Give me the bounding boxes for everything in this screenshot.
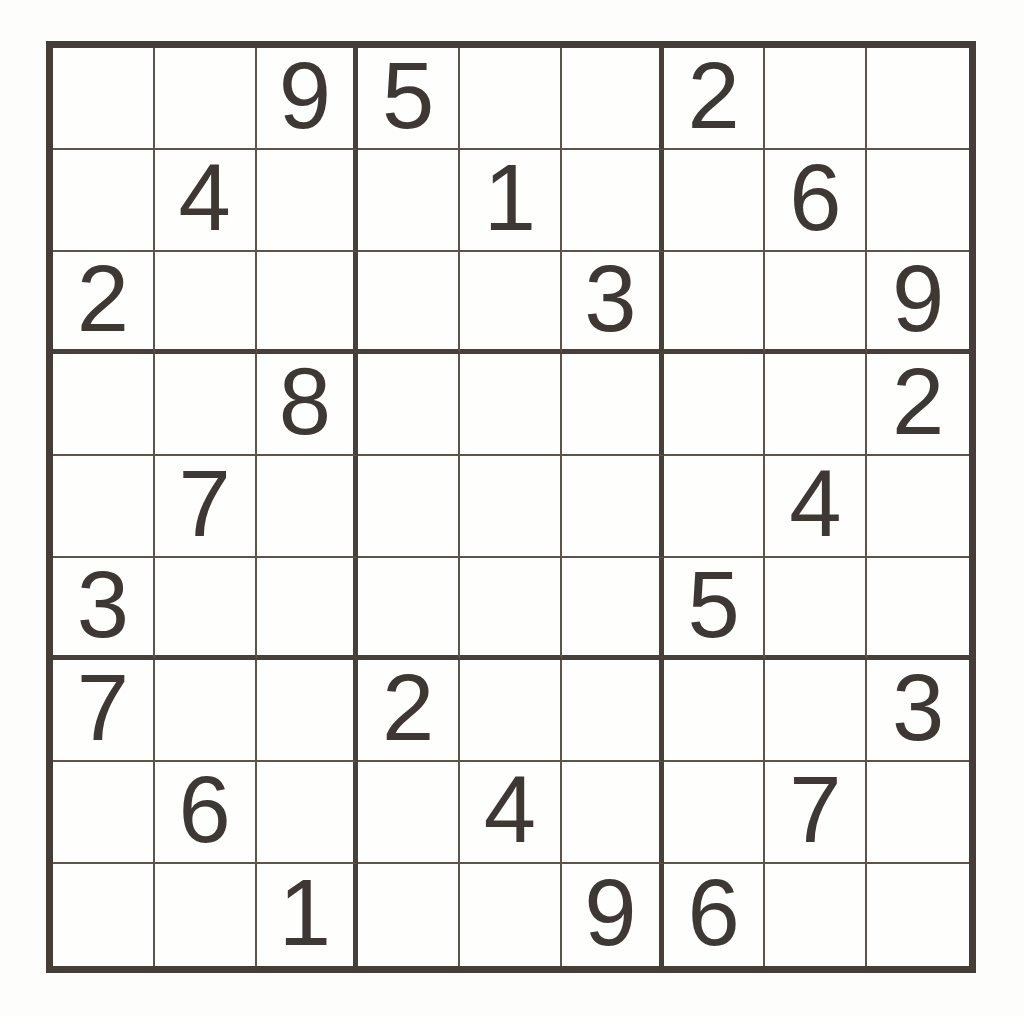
cell-r6c7[interactable]: 5 [664,558,766,660]
cell-r9c5[interactable] [460,864,562,966]
cell-r6c5[interactable] [460,558,562,660]
cell-r6c4[interactable] [358,558,460,660]
cell-r1c8[interactable] [765,48,867,150]
given-digit: 9 [279,49,331,143]
cell-r9c8[interactable] [765,864,867,966]
cell-r7c2[interactable] [155,660,257,762]
given-digit: 4 [789,457,841,551]
given-digit: 3 [77,558,129,652]
puzzle-page: 952416239827435723647196 [0,0,1024,1017]
cell-r2c2[interactable]: 4 [155,150,257,252]
cell-r4c1[interactable] [53,354,155,456]
cell-r7c5[interactable] [460,660,562,762]
cell-r4c2[interactable] [155,354,257,456]
cell-r4c4[interactable] [358,354,460,456]
cell-r7c1[interactable]: 7 [53,660,155,762]
cell-r6c1[interactable]: 3 [53,558,155,660]
cell-r5c5[interactable] [460,456,562,558]
given-digit: 8 [279,355,331,449]
cell-r8c6[interactable] [562,762,664,864]
cell-r1c9[interactable] [867,48,969,150]
cell-r1c3[interactable]: 9 [257,48,359,150]
cell-r6c9[interactable] [867,558,969,660]
cell-r1c4[interactable]: 5 [358,48,460,150]
cell-r5c6[interactable] [562,456,664,558]
sudoku-board: 952416239827435723647196 [46,41,976,973]
cell-r6c6[interactable] [562,558,664,660]
cell-r2c1[interactable] [53,150,155,252]
cell-r4c8[interactable] [765,354,867,456]
cell-r2c9[interactable] [867,150,969,252]
cell-r2c6[interactable] [562,150,664,252]
cell-r6c3[interactable] [257,558,359,660]
cell-r4c9[interactable]: 2 [867,354,969,456]
given-digit: 3 [584,252,636,346]
cell-r8c8[interactable]: 7 [765,762,867,864]
cell-r4c7[interactable] [664,354,766,456]
cell-r3c7[interactable] [664,252,766,354]
cell-r5c3[interactable] [257,456,359,558]
given-digit: 6 [179,763,231,857]
cell-r4c5[interactable] [460,354,562,456]
given-digit: 1 [279,866,331,960]
given-digit: 2 [687,49,739,143]
cell-r2c7[interactable] [664,150,766,252]
cell-r3c8[interactable] [765,252,867,354]
cell-r9c9[interactable] [867,864,969,966]
cell-r2c4[interactable] [358,150,460,252]
cell-r2c8[interactable]: 6 [765,150,867,252]
cell-r8c9[interactable] [867,762,969,864]
cell-r7c8[interactable] [765,660,867,762]
given-digit: 2 [77,252,129,346]
cell-r3c1[interactable]: 2 [53,252,155,354]
cell-r1c7[interactable]: 2 [664,48,766,150]
given-digit: 2 [892,355,944,449]
cell-r7c3[interactable] [257,660,359,762]
cell-r9c7[interactable]: 6 [664,864,766,966]
cell-r3c4[interactable] [358,252,460,354]
cell-r1c1[interactable] [53,48,155,150]
given-digit: 7 [77,661,129,755]
given-digit: 4 [484,763,536,857]
cell-r3c2[interactable] [155,252,257,354]
cell-r6c2[interactable] [155,558,257,660]
cell-r4c3[interactable]: 8 [257,354,359,456]
given-digit: 9 [584,866,636,960]
cell-r5c4[interactable] [358,456,460,558]
cell-r8c1[interactable] [53,762,155,864]
given-digit: 6 [789,151,841,245]
given-digit: 3 [892,661,944,755]
cell-r7c7[interactable] [664,660,766,762]
cell-r1c5[interactable] [460,48,562,150]
cell-r1c2[interactable] [155,48,257,150]
cell-r8c2[interactable]: 6 [155,762,257,864]
cell-r6c8[interactable] [765,558,867,660]
cell-r8c7[interactable] [664,762,766,864]
given-digit: 7 [179,457,231,551]
cell-r3c3[interactable] [257,252,359,354]
cell-r9c1[interactable] [53,864,155,966]
cell-r3c9[interactable]: 9 [867,252,969,354]
cell-r5c2[interactable]: 7 [155,456,257,558]
cell-r7c4[interactable]: 2 [358,660,460,762]
cell-r5c8[interactable]: 4 [765,456,867,558]
cell-r5c7[interactable] [664,456,766,558]
cell-r8c3[interactable] [257,762,359,864]
cell-r9c2[interactable] [155,864,257,966]
cell-r2c5[interactable]: 1 [460,150,562,252]
cell-r8c5[interactable]: 4 [460,762,562,864]
given-digit: 5 [382,49,434,143]
given-digit: 5 [687,558,739,652]
given-digit: 2 [382,661,434,755]
given-digit: 9 [892,252,944,346]
cell-r7c9[interactable]: 3 [867,660,969,762]
given-digit: 4 [179,151,231,245]
cell-r7c6[interactable] [562,660,664,762]
cell-r2c3[interactable] [257,150,359,252]
cell-r5c1[interactable] [53,456,155,558]
cell-r9c6[interactable]: 9 [562,864,664,966]
cell-r5c9[interactable] [867,456,969,558]
given-digit: 1 [484,151,536,245]
cell-r3c6[interactable]: 3 [562,252,664,354]
cell-r8c4[interactable] [358,762,460,864]
given-digit: 6 [687,866,739,960]
cell-r9c3[interactable]: 1 [257,864,359,966]
cell-r9c4[interactable] [358,864,460,966]
cell-r3c5[interactable] [460,252,562,354]
cell-r1c6[interactable] [562,48,664,150]
given-digit: 7 [789,763,841,857]
cell-r4c6[interactable] [562,354,664,456]
